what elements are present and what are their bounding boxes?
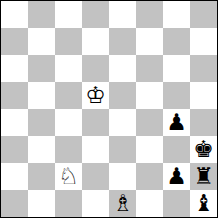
square-g2[interactable]: ♟ [163, 163, 190, 190]
square-b7[interactable] [28, 28, 55, 55]
square-d6[interactable] [82, 55, 109, 82]
square-g1[interactable] [163, 190, 190, 217]
square-e3[interactable] [109, 136, 136, 163]
square-d8[interactable] [82, 1, 109, 28]
square-f8[interactable] [136, 1, 163, 28]
square-b2[interactable] [28, 163, 55, 190]
square-b8[interactable] [28, 1, 55, 28]
square-h7[interactable] [190, 28, 217, 55]
black-bishop-piece: ♝ [193, 190, 214, 217]
square-c3[interactable] [55, 136, 82, 163]
square-b1[interactable] [28, 190, 55, 217]
square-c2[interactable]: ♘ [55, 163, 82, 190]
square-c7[interactable] [55, 28, 82, 55]
square-c8[interactable] [55, 1, 82, 28]
white-king-piece: ♔ [85, 82, 106, 109]
square-c5[interactable] [55, 82, 82, 109]
square-e6[interactable] [109, 55, 136, 82]
square-f7[interactable] [136, 28, 163, 55]
chess-board-frame: ♔♟♚♘♟♜♗♝ [0, 0, 218, 218]
square-d2[interactable] [82, 163, 109, 190]
square-h1[interactable]: ♝ [190, 190, 217, 217]
square-h6[interactable] [190, 55, 217, 82]
square-g6[interactable] [163, 55, 190, 82]
square-f4[interactable] [136, 109, 163, 136]
square-g3[interactable] [163, 136, 190, 163]
square-d1[interactable] [82, 190, 109, 217]
square-h8[interactable] [190, 1, 217, 28]
black-pawn-piece: ♟ [166, 163, 187, 190]
square-a2[interactable] [1, 163, 28, 190]
square-a7[interactable] [1, 28, 28, 55]
square-f2[interactable] [136, 163, 163, 190]
square-b6[interactable] [28, 55, 55, 82]
square-f3[interactable] [136, 136, 163, 163]
square-d3[interactable] [82, 136, 109, 163]
square-a3[interactable] [1, 136, 28, 163]
square-b3[interactable] [28, 136, 55, 163]
square-g7[interactable] [163, 28, 190, 55]
square-g4[interactable]: ♟ [163, 109, 190, 136]
square-a1[interactable] [1, 190, 28, 217]
square-d4[interactable] [82, 109, 109, 136]
square-e4[interactable] [109, 109, 136, 136]
square-e1[interactable]: ♗ [109, 190, 136, 217]
square-e5[interactable] [109, 82, 136, 109]
square-d7[interactable] [82, 28, 109, 55]
square-f1[interactable] [136, 190, 163, 217]
square-a5[interactable] [1, 82, 28, 109]
square-e2[interactable] [109, 163, 136, 190]
square-h2[interactable]: ♜ [190, 163, 217, 190]
square-a4[interactable] [1, 109, 28, 136]
square-g5[interactable] [163, 82, 190, 109]
white-bishop-piece: ♗ [112, 190, 133, 217]
square-e7[interactable] [109, 28, 136, 55]
square-b5[interactable] [28, 82, 55, 109]
square-c6[interactable] [55, 55, 82, 82]
black-king-piece: ♚ [193, 136, 214, 163]
square-f6[interactable] [136, 55, 163, 82]
square-f5[interactable] [136, 82, 163, 109]
square-c1[interactable] [55, 190, 82, 217]
black-pawn-piece: ♟ [166, 109, 187, 136]
square-g8[interactable] [163, 1, 190, 28]
white-knight-piece: ♘ [58, 163, 79, 190]
chess-board: ♔♟♚♘♟♜♗♝ [1, 1, 217, 217]
square-a8[interactable] [1, 1, 28, 28]
square-h3[interactable]: ♚ [190, 136, 217, 163]
square-a6[interactable] [1, 55, 28, 82]
square-h4[interactable] [190, 109, 217, 136]
black-rook-piece: ♜ [193, 163, 214, 190]
square-h5[interactable] [190, 82, 217, 109]
square-d5[interactable]: ♔ [82, 82, 109, 109]
square-b4[interactable] [28, 109, 55, 136]
square-e8[interactable] [109, 1, 136, 28]
square-c4[interactable] [55, 109, 82, 136]
